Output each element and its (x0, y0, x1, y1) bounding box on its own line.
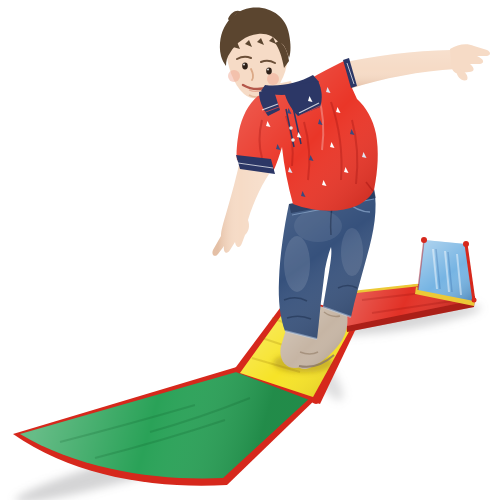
boy-right-hand (450, 44, 490, 73)
blue-flap-corner-tab-bottom (472, 298, 477, 303)
blue-flap-corner-tab-left (421, 237, 427, 243)
boy-blush-left (228, 70, 240, 82)
boy-placket-button-2 (291, 138, 295, 142)
blue-flap-corner-tab-right (463, 241, 469, 247)
boy-eye-glint-right (267, 69, 269, 71)
boy-eye-glint-left (243, 64, 245, 66)
boy-jeans-wash-knee-right (341, 228, 363, 276)
product-photo (0, 0, 500, 500)
boy-jeans-wash-knee-left (284, 236, 310, 292)
boy-blush-right (267, 73, 279, 85)
boy-jeans-wash-thigh (294, 210, 342, 242)
green-segment-shading (20, 371, 311, 478)
boy-eye-left (242, 63, 248, 70)
scene-svg (0, 0, 500, 500)
boy-eye-right (266, 68, 272, 75)
balance-path (13, 237, 477, 486)
boy-placket-button-1 (289, 126, 293, 130)
